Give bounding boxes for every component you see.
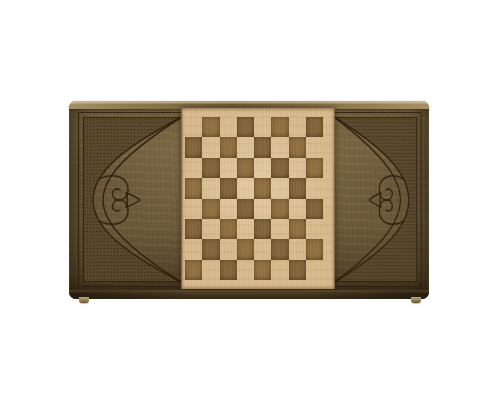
square-e2[interactable] (254, 239, 271, 259)
square-h8[interactable] (306, 117, 323, 137)
square-e5[interactable] (254, 178, 271, 198)
chessboard-panel (181, 108, 335, 289)
square-b6[interactable] (202, 158, 219, 178)
square-f8[interactable] (271, 117, 288, 137)
square-d3[interactable] (237, 219, 254, 239)
square-b2[interactable] (202, 239, 219, 259)
case-foot-left (79, 297, 89, 303)
square-a4[interactable] (185, 199, 202, 219)
square-g6[interactable] (289, 158, 306, 178)
square-e6[interactable] (254, 158, 271, 178)
square-e7[interactable] (254, 137, 271, 157)
square-a7[interactable] (185, 137, 202, 157)
square-b8[interactable] (202, 117, 219, 137)
square-e3[interactable] (254, 219, 271, 239)
square-c7[interactable] (220, 137, 237, 157)
square-d8[interactable] (237, 117, 254, 137)
square-e1[interactable] (254, 260, 271, 280)
square-b1[interactable] (202, 260, 219, 280)
case-foot-right (411, 297, 421, 303)
square-c6[interactable] (220, 158, 237, 178)
square-a1[interactable] (185, 260, 202, 280)
square-b7[interactable] (202, 137, 219, 157)
square-h2[interactable] (306, 239, 323, 259)
square-f6[interactable] (271, 158, 288, 178)
square-h7[interactable] (306, 137, 323, 157)
square-g2[interactable] (289, 239, 306, 259)
square-h3[interactable] (306, 219, 323, 239)
square-a3[interactable] (185, 219, 202, 239)
square-c1[interactable] (220, 260, 237, 280)
square-h4[interactable] (306, 199, 323, 219)
square-h6[interactable] (306, 158, 323, 178)
square-f5[interactable] (271, 178, 288, 198)
square-g8[interactable] (289, 117, 306, 137)
square-a2[interactable] (185, 239, 202, 259)
square-g1[interactable] (289, 260, 306, 280)
square-e8[interactable] (254, 117, 271, 137)
square-f1[interactable] (271, 260, 288, 280)
square-g3[interactable] (289, 219, 306, 239)
square-a6[interactable] (185, 158, 202, 178)
square-c2[interactable] (220, 239, 237, 259)
square-f3[interactable] (271, 219, 288, 239)
backgammon-case-lid (69, 101, 429, 299)
square-e4[interactable] (254, 199, 271, 219)
square-h1[interactable] (306, 260, 323, 280)
square-g7[interactable] (289, 137, 306, 157)
square-b5[interactable] (202, 178, 219, 198)
square-f2[interactable] (271, 239, 288, 259)
square-g4[interactable] (289, 199, 306, 219)
square-g5[interactable] (289, 178, 306, 198)
square-d5[interactable] (237, 178, 254, 198)
square-d6[interactable] (237, 158, 254, 178)
square-a5[interactable] (185, 178, 202, 198)
square-d4[interactable] (237, 199, 254, 219)
square-d7[interactable] (237, 137, 254, 157)
square-b3[interactable] (202, 219, 219, 239)
square-c3[interactable] (220, 219, 237, 239)
square-d1[interactable] (237, 260, 254, 280)
square-c8[interactable] (220, 117, 237, 137)
square-d2[interactable] (237, 239, 254, 259)
square-f4[interactable] (271, 199, 288, 219)
product-photo (0, 0, 500, 400)
ornament-panel-right (333, 101, 429, 299)
chessboard-grid (185, 117, 323, 280)
square-a8[interactable] (185, 117, 202, 137)
ornament-panel-left (69, 101, 183, 299)
square-c4[interactable] (220, 199, 237, 219)
square-b4[interactable] (202, 199, 219, 219)
case-bottom-edge (69, 290, 429, 299)
square-h5[interactable] (306, 178, 323, 198)
square-f7[interactable] (271, 137, 288, 157)
square-c5[interactable] (220, 178, 237, 198)
